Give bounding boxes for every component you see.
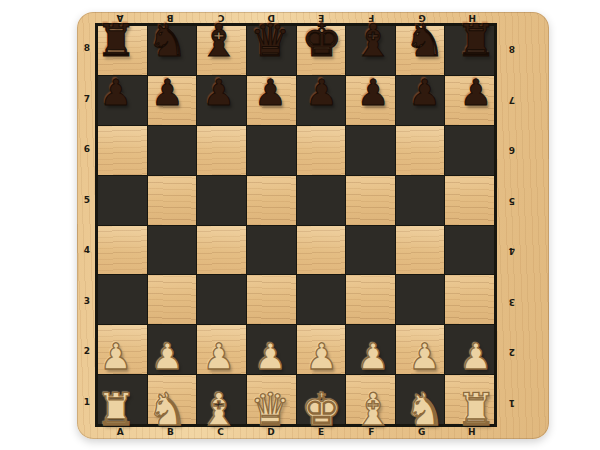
piece-black-pawn-d7[interactable]: ♟ <box>254 75 286 111</box>
square-g3[interactable] <box>396 275 445 324</box>
square-c7[interactable]: ♟ <box>197 76 246 125</box>
rank-label-left-3: 3 <box>77 276 95 327</box>
square-f1[interactable]: ♝ <box>346 375 395 424</box>
square-b3[interactable] <box>148 275 197 324</box>
rank-label-left-2: 2 <box>77 326 95 377</box>
rank-labels-left: 87654321 <box>77 23 95 427</box>
square-a4[interactable] <box>98 226 147 275</box>
square-h4[interactable] <box>445 226 494 275</box>
piece-white-pawn-b2[interactable]: ♟ <box>151 339 183 375</box>
rank-labels-right: 87654321 <box>497 23 519 427</box>
square-c5[interactable] <box>197 176 246 225</box>
square-h5[interactable] <box>445 176 494 225</box>
rank-label-right-1: 1 <box>497 377 519 428</box>
square-h1[interactable]: ♜ <box>445 375 494 424</box>
piece-black-rook-h8[interactable]: ♜ <box>456 18 496 63</box>
square-c3[interactable] <box>197 275 246 324</box>
piece-white-pawn-f2[interactable]: ♟ <box>357 339 389 375</box>
rank-label-right-4: 4 <box>497 225 519 276</box>
piece-black-pawn-e7[interactable]: ♟ <box>306 75 338 111</box>
piece-black-king-e8[interactable]: ♚ <box>302 18 342 63</box>
piece-black-pawn-c7[interactable]: ♟ <box>203 75 235 111</box>
square-e5[interactable] <box>297 176 346 225</box>
piece-black-pawn-a7[interactable]: ♟ <box>100 75 132 111</box>
square-a1[interactable]: ♜ <box>98 375 147 424</box>
square-b4[interactable] <box>148 226 197 275</box>
square-c8[interactable]: ♝ <box>197 26 246 75</box>
square-c2[interactable]: ♟ <box>197 325 246 374</box>
square-e2[interactable]: ♟ <box>297 325 346 374</box>
square-d4[interactable] <box>247 226 296 275</box>
piece-white-bishop-f1[interactable]: ♝ <box>353 387 393 432</box>
rank-label-left-1: 1 <box>77 377 95 428</box>
piece-black-knight-b8[interactable]: ♞ <box>147 18 187 63</box>
square-e3[interactable] <box>297 275 346 324</box>
square-a6[interactable] <box>98 126 147 175</box>
piece-black-pawn-h7[interactable]: ♟ <box>460 75 492 111</box>
piece-white-knight-b1[interactable]: ♞ <box>147 387 187 432</box>
square-f2[interactable]: ♟ <box>346 325 395 374</box>
piece-white-pawn-h2[interactable]: ♟ <box>460 339 492 375</box>
square-a7[interactable]: ♟ <box>98 76 147 125</box>
square-a5[interactable] <box>98 176 147 225</box>
square-f3[interactable] <box>346 275 395 324</box>
piece-black-pawn-f7[interactable]: ♟ <box>357 75 389 111</box>
rank-label-left-8: 8 <box>77 23 95 74</box>
piece-white-pawn-a2[interactable]: ♟ <box>100 339 132 375</box>
square-b7[interactable]: ♟ <box>148 76 197 125</box>
square-c6[interactable] <box>197 126 246 175</box>
rank-label-left-4: 4 <box>77 225 95 276</box>
square-e1[interactable]: ♚ <box>297 375 346 424</box>
square-d5[interactable] <box>247 176 296 225</box>
square-a3[interactable] <box>98 275 147 324</box>
square-c4[interactable] <box>197 226 246 275</box>
rank-label-left-7: 7 <box>77 74 95 125</box>
piece-black-bishop-c8[interactable]: ♝ <box>199 18 239 63</box>
square-c1[interactable]: ♝ <box>197 375 246 424</box>
square-d2[interactable]: ♟ <box>247 325 296 374</box>
square-f8[interactable]: ♝ <box>346 26 395 75</box>
piece-white-rook-h1[interactable]: ♜ <box>456 387 496 432</box>
square-g6[interactable] <box>396 126 445 175</box>
rank-label-right-7: 7 <box>497 74 519 125</box>
rank-label-right-5: 5 <box>497 175 519 226</box>
square-b6[interactable] <box>148 126 197 175</box>
square-h2[interactable]: ♟ <box>445 325 494 374</box>
square-e4[interactable] <box>297 226 346 275</box>
piece-white-pawn-e2[interactable]: ♟ <box>306 339 338 375</box>
square-f4[interactable] <box>346 226 395 275</box>
square-d3[interactable] <box>247 275 296 324</box>
rank-label-left-6: 6 <box>77 124 95 175</box>
piece-black-pawn-g7[interactable]: ♟ <box>408 75 440 111</box>
rank-label-right-3: 3 <box>497 276 519 327</box>
square-e6[interactable] <box>297 126 346 175</box>
square-e7[interactable]: ♟ <box>297 76 346 125</box>
square-b1[interactable]: ♞ <box>148 375 197 424</box>
square-d7[interactable]: ♟ <box>247 76 296 125</box>
board-grid: ♜♞♝♛♚♝♞♜♟♟♟♟♟♟♟♟♟♟♟♟♟♟♟♟♜♞♝♛♚♝♞♜ <box>95 23 497 427</box>
square-a2[interactable]: ♟ <box>98 325 147 374</box>
square-g7[interactable]: ♟ <box>396 76 445 125</box>
square-g8[interactable]: ♞ <box>396 26 445 75</box>
piece-white-queen-d1[interactable]: ♛ <box>250 387 290 432</box>
square-d1[interactable]: ♛ <box>247 375 296 424</box>
piece-black-knight-g8[interactable]: ♞ <box>404 18 444 63</box>
square-h7[interactable]: ♟ <box>445 76 494 125</box>
chess-board: ABCDEFGH ABCDEFGH 87654321 87654321 ♜♞♝♛… <box>77 12 549 439</box>
square-b2[interactable]: ♟ <box>148 325 197 374</box>
square-d8[interactable]: ♛ <box>247 26 296 75</box>
square-h8[interactable]: ♜ <box>445 26 494 75</box>
piece-black-bishop-f8[interactable]: ♝ <box>353 18 393 63</box>
square-e8[interactable]: ♚ <box>297 26 346 75</box>
piece-white-king-e1[interactable]: ♚ <box>302 387 342 432</box>
square-b8[interactable]: ♞ <box>148 26 197 75</box>
rank-label-right-6: 6 <box>497 124 519 175</box>
piece-black-pawn-b7[interactable]: ♟ <box>151 75 183 111</box>
rank-label-left-5: 5 <box>77 175 95 226</box>
square-g5[interactable] <box>396 176 445 225</box>
rank-label-right-8: 8 <box>497 23 519 74</box>
square-g4[interactable] <box>396 226 445 275</box>
square-a8[interactable]: ♜ <box>98 26 147 75</box>
piece-white-pawn-g2[interactable]: ♟ <box>408 339 440 375</box>
piece-white-knight-g1[interactable]: ♞ <box>404 387 444 432</box>
square-h6[interactable] <box>445 126 494 175</box>
square-b5[interactable] <box>148 176 197 225</box>
piece-black-queen-d8[interactable]: ♛ <box>250 18 290 63</box>
square-f6[interactable] <box>346 126 395 175</box>
piece-white-pawn-c2[interactable]: ♟ <box>203 339 235 375</box>
square-h3[interactable] <box>445 275 494 324</box>
piece-black-rook-a8[interactable]: ♜ <box>96 18 136 63</box>
piece-white-bishop-c1[interactable]: ♝ <box>199 387 239 432</box>
piece-white-pawn-d2[interactable]: ♟ <box>254 339 286 375</box>
square-d6[interactable] <box>247 126 296 175</box>
rank-label-right-2: 2 <box>497 326 519 377</box>
square-g2[interactable]: ♟ <box>396 325 445 374</box>
square-f7[interactable]: ♟ <box>346 76 395 125</box>
square-f5[interactable] <box>346 176 395 225</box>
square-g1[interactable]: ♞ <box>396 375 445 424</box>
piece-white-rook-a1[interactable]: ♜ <box>96 387 136 432</box>
